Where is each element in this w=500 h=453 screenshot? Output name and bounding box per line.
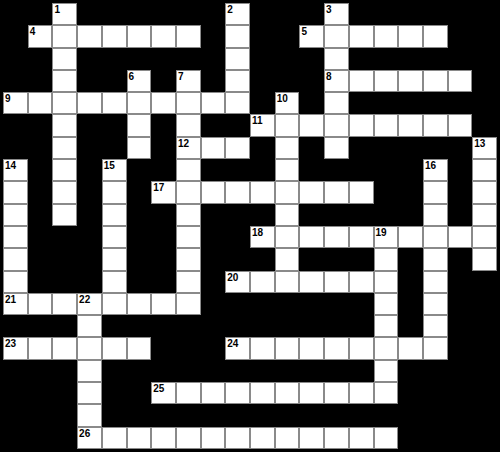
cell-r15-c13-white[interactable]: [324, 337, 349, 359]
cell-r19-c5-white[interactable]: [127, 427, 152, 449]
cell-r9-c0-white[interactable]: [3, 204, 28, 226]
cell-r5-c15-white[interactable]: [374, 114, 399, 136]
crossword-board: 1234567891011121314151617181920212223242…: [0, 0, 500, 452]
cell-r16-c7-black: [176, 360, 201, 382]
cell-r9-c10-black: [250, 204, 275, 226]
cell-r8-c10-white[interactable]: [250, 181, 275, 203]
cell-r12-c4-white[interactable]: [102, 271, 127, 293]
cell-r14-c1-black: [28, 315, 53, 337]
cell-r2-c16-black: [398, 48, 423, 70]
cell-r15-c16-white[interactable]: [398, 337, 423, 359]
cell-r7-c7-white[interactable]: [176, 159, 201, 181]
cell-r5-c13-white[interactable]: [324, 114, 349, 136]
cell-r19-c14-white[interactable]: [349, 427, 374, 449]
cell-r10-c19-white[interactable]: [472, 226, 497, 248]
cell-r4-c4-white[interactable]: [102, 92, 127, 114]
cell-r0-c8-black: [201, 3, 226, 25]
cell-r2-c6-black: [151, 48, 176, 70]
cell-r6-c13-white[interactable]: [324, 137, 349, 159]
cell-r4-c9-white[interactable]: [225, 92, 250, 114]
cell-r10-c15-white[interactable]: 19: [374, 226, 399, 248]
cell-r10-c2-black: [52, 226, 77, 248]
cell-r3-c13-white[interactable]: 8: [324, 70, 349, 92]
cell-r4-c13-white[interactable]: [324, 92, 349, 114]
cell-r2-c13-white[interactable]: [324, 48, 349, 70]
cell-r18-c15-black: [374, 404, 399, 426]
cell-r2-c2-white[interactable]: [52, 48, 77, 70]
cell-r3-c0-black: [3, 70, 28, 92]
cell-r11-c19-white[interactable]: [472, 248, 497, 270]
clue-number-26: 26: [79, 428, 90, 439]
cell-r1-c2-white[interactable]: [52, 25, 77, 47]
cell-r5-c10-white[interactable]: 11: [250, 114, 275, 136]
cell-r3-c3-black: [77, 70, 102, 92]
cell-r5-c7-white[interactable]: [176, 114, 201, 136]
cell-r1-c19-black: [472, 25, 497, 47]
cell-r8-c13-white[interactable]: [324, 181, 349, 203]
cell-r15-c5-white[interactable]: [127, 337, 152, 359]
cell-r13-c3-white[interactable]: 22: [77, 293, 102, 315]
cell-r16-c5-black: [127, 360, 152, 382]
cell-r9-c19-white[interactable]: [472, 204, 497, 226]
clue-number-19: 19: [376, 227, 387, 238]
cell-r18-c4-black: [102, 404, 127, 426]
cell-r1-c16-white[interactable]: [398, 25, 423, 47]
cell-r9-c5-black: [127, 204, 152, 226]
cell-r0-c6-black: [151, 3, 176, 25]
cell-r14-c2-black: [52, 315, 77, 337]
cell-r2-c18-black: [448, 48, 473, 70]
cell-r10-c7-white[interactable]: [176, 226, 201, 248]
cell-r0-c19-black: [472, 3, 497, 25]
cell-r10-c0-white[interactable]: [3, 226, 28, 248]
cell-r11-c5-black: [127, 248, 152, 270]
cell-r3-c12-black: [299, 70, 324, 92]
cell-r17-c15-white[interactable]: [374, 382, 399, 404]
cell-r12-c10-white[interactable]: [250, 271, 275, 293]
cell-r4-c12-black: [299, 92, 324, 114]
cell-r15-c9-white[interactable]: 24: [225, 337, 250, 359]
cell-r7-c19-white[interactable]: [472, 159, 497, 181]
cell-r10-c14-white[interactable]: [349, 226, 374, 248]
cell-r17-c9-white[interactable]: [225, 382, 250, 404]
cell-r9-c11-white[interactable]: [275, 204, 300, 226]
cell-r6-c2-white[interactable]: [52, 137, 77, 159]
cell-r12-c15-white[interactable]: [374, 271, 399, 293]
cell-r0-c9-white[interactable]: 2: [225, 3, 250, 25]
cell-r15-c3-white[interactable]: [77, 337, 102, 359]
cell-r13-c5-white[interactable]: [127, 293, 152, 315]
cell-r19-c6-white[interactable]: [151, 427, 176, 449]
cell-r0-c13-white[interactable]: 3: [324, 3, 349, 25]
cell-r8-c14-white[interactable]: [349, 181, 374, 203]
cell-r10-c10-white[interactable]: 18: [250, 226, 275, 248]
cell-r5-c4-black: [102, 114, 127, 136]
cell-r10-c12-white[interactable]: [299, 226, 324, 248]
cell-r9-c15-black: [374, 204, 399, 226]
cell-r9-c7-white[interactable]: [176, 204, 201, 226]
cell-r18-c11-black: [275, 404, 300, 426]
cell-r11-c4-white[interactable]: [102, 248, 127, 270]
cell-r13-c18-black: [448, 293, 473, 315]
cell-r5-c16-white[interactable]: [398, 114, 423, 136]
cell-r9-c17-white[interactable]: [423, 204, 448, 226]
cell-r7-c4-white[interactable]: 15: [102, 159, 127, 181]
cell-r11-c12-black: [299, 248, 324, 270]
cell-r19-c3-white[interactable]: 26: [77, 427, 102, 449]
cell-r13-c15-white[interactable]: [374, 293, 399, 315]
cell-r9-c9-black: [225, 204, 250, 226]
cell-r5-c18-white[interactable]: [448, 114, 473, 136]
cell-r9-c18-black: [448, 204, 473, 226]
cell-r6-c17-black: [423, 137, 448, 159]
cell-r7-c0-white[interactable]: 14: [3, 159, 28, 181]
cell-r3-c14-white[interactable]: [349, 70, 374, 92]
cell-r13-c4-white[interactable]: [102, 293, 127, 315]
cell-r1-c6-white[interactable]: [151, 25, 176, 47]
cell-r0-c7-black: [176, 3, 201, 25]
cell-r8-c5-black: [127, 181, 152, 203]
cell-r4-c1-white[interactable]: [28, 92, 53, 114]
cell-r17-c12-white[interactable]: [299, 382, 324, 404]
cell-r16-c3-white[interactable]: [77, 360, 102, 382]
cell-r13-c7-white[interactable]: [176, 293, 201, 315]
cell-r15-c2-white[interactable]: [52, 337, 77, 359]
cell-r6-c5-white[interactable]: [127, 137, 152, 159]
cell-r15-c14-white[interactable]: [349, 337, 374, 359]
cell-r5-c19-black: [472, 114, 497, 136]
cell-r10-c13-white[interactable]: [324, 226, 349, 248]
cell-r12-c9-white[interactable]: 20: [225, 271, 250, 293]
cell-r15-c11-white[interactable]: [275, 337, 300, 359]
cell-r1-c14-white[interactable]: [349, 25, 374, 47]
cell-r17-c7-white[interactable]: [176, 382, 201, 404]
cell-r18-c3-white[interactable]: [77, 404, 102, 426]
cell-r7-c12-black: [299, 159, 324, 181]
cell-r14-c3-white[interactable]: [77, 315, 102, 337]
cell-r13-c10-black: [250, 293, 275, 315]
clue-number-8: 8: [326, 71, 332, 82]
cell-r12-c12-white[interactable]: [299, 271, 324, 293]
cell-r3-c9-white[interactable]: [225, 70, 250, 92]
cell-r12-c18-black: [448, 271, 473, 293]
cell-r17-c3-white[interactable]: [77, 382, 102, 404]
cell-r13-c0-white[interactable]: 21: [3, 293, 28, 315]
cell-r1-c18-black: [448, 25, 473, 47]
cell-r8-c2-white[interactable]: [52, 181, 77, 203]
cell-r7-c5-black: [127, 159, 152, 181]
cell-r5-c5-white[interactable]: [127, 114, 152, 136]
cell-r13-c9-black: [225, 293, 250, 315]
cell-r17-c10-white[interactable]: [250, 382, 275, 404]
cell-r11-c0-white[interactable]: [3, 248, 28, 270]
cell-r6-c9-white[interactable]: [225, 137, 250, 159]
cell-r12-c11-white[interactable]: [275, 271, 300, 293]
cell-r13-c8-black: [201, 293, 226, 315]
cell-r13-c6-white[interactable]: [151, 293, 176, 315]
cell-r16-c12-black: [299, 360, 324, 382]
cell-r8-c19-white[interactable]: [472, 181, 497, 203]
cell-r6-c11-white[interactable]: [275, 137, 300, 159]
cell-r1-c5-white[interactable]: [127, 25, 152, 47]
cell-r1-c11-black: [275, 25, 300, 47]
cell-r3-c7-white[interactable]: 7: [176, 70, 201, 92]
cell-r0-c2-white[interactable]: 1: [52, 3, 77, 25]
cell-r3-c4-black: [102, 70, 127, 92]
cell-r0-c14-black: [349, 3, 374, 25]
cell-r17-c1-black: [28, 382, 53, 404]
cell-r0-c0-black: [3, 3, 28, 25]
cell-r8-c4-white[interactable]: [102, 181, 127, 203]
cell-r14-c12-black: [299, 315, 324, 337]
clue-number-9: 9: [5, 93, 11, 104]
cell-r15-c17-white[interactable]: [423, 337, 448, 359]
cell-r13-c2-white[interactable]: [52, 293, 77, 315]
cell-r16-c15-white[interactable]: [374, 360, 399, 382]
cell-r0-c16-black: [398, 3, 423, 25]
cell-r14-c13-black: [324, 315, 349, 337]
cell-r2-c9-white[interactable]: [225, 48, 250, 70]
cell-r13-c1-white[interactable]: [28, 293, 53, 315]
cell-r17-c13-white[interactable]: [324, 382, 349, 404]
clue-number-7: 7: [178, 71, 184, 82]
cell-r12-c0-white[interactable]: [3, 271, 28, 293]
cell-r13-c17-white[interactable]: [423, 293, 448, 315]
cell-r15-c15-white[interactable]: [374, 337, 399, 359]
cell-r14-c7-black: [176, 315, 201, 337]
cell-r19-c15-white[interactable]: [374, 427, 399, 449]
cell-r15-c18-black: [448, 337, 473, 359]
cell-r1-c10-black: [250, 25, 275, 47]
cell-r13-c12-black: [299, 293, 324, 315]
clue-number-21: 21: [5, 294, 16, 305]
cell-r12-c14-white[interactable]: [349, 271, 374, 293]
cell-r7-c17-white[interactable]: 16: [423, 159, 448, 181]
cell-r3-c19-black: [472, 70, 497, 92]
cell-r9-c16-black: [398, 204, 423, 226]
cell-r13-c11-black: [275, 293, 300, 315]
cell-r15-c1-white[interactable]: [28, 337, 53, 359]
cell-r4-c7-white[interactable]: [176, 92, 201, 114]
cell-r11-c16-black: [398, 248, 423, 270]
crossword-page: 1234567891011121314151617181920212223242…: [0, 0, 500, 453]
cell-r11-c17-white[interactable]: [423, 248, 448, 270]
cell-r10-c17-white[interactable]: [423, 226, 448, 248]
cell-r17-c6-white[interactable]: 25: [151, 382, 176, 404]
cell-r16-c9-black: [225, 360, 250, 382]
cell-r15-c10-white[interactable]: [250, 337, 275, 359]
cell-r18-c12-black: [299, 404, 324, 426]
cell-r8-c9-white[interactable]: [225, 181, 250, 203]
cell-r4-c3-white[interactable]: [77, 92, 102, 114]
cell-r9-c12-black: [299, 204, 324, 226]
cell-r17-c4-black: [102, 382, 127, 404]
cell-r3-c17-white[interactable]: [423, 70, 448, 92]
cell-r11-c11-white[interactable]: [275, 248, 300, 270]
cell-r5-c8-black: [201, 114, 226, 136]
clue-number-23: 23: [5, 338, 16, 349]
cell-r7-c13-black: [324, 159, 349, 181]
cell-r12-c17-white[interactable]: [423, 271, 448, 293]
cell-r16-c6-black: [151, 360, 176, 382]
cell-r12-c5-black: [127, 271, 152, 293]
cell-r16-c2-black: [52, 360, 77, 382]
cell-r3-c11-black: [275, 70, 300, 92]
cell-r8-c8-white[interactable]: [201, 181, 226, 203]
cell-r11-c15-white[interactable]: [374, 248, 399, 270]
cell-r19-c11-white[interactable]: [275, 427, 300, 449]
cell-r15-c4-white[interactable]: [102, 337, 127, 359]
cell-r3-c10-black: [250, 70, 275, 92]
cell-r19-c10-white[interactable]: [250, 427, 275, 449]
cell-r19-c13-white[interactable]: [324, 427, 349, 449]
clue-number-16: 16: [425, 160, 436, 171]
cell-r3-c18-white[interactable]: [448, 70, 473, 92]
cell-r5-c14-white[interactable]: [349, 114, 374, 136]
cell-r17-c11-white[interactable]: [275, 382, 300, 404]
cell-r8-c1-black: [28, 181, 53, 203]
cell-r3-c5-white[interactable]: 6: [127, 70, 152, 92]
cell-r17-c8-white[interactable]: [201, 382, 226, 404]
cell-r10-c4-white[interactable]: [102, 226, 127, 248]
cell-r14-c10-black: [250, 315, 275, 337]
cell-r14-c0-black: [3, 315, 28, 337]
cell-r14-c4-black: [102, 315, 127, 337]
cell-r6-c16-black: [398, 137, 423, 159]
cell-r12-c13-white[interactable]: [324, 271, 349, 293]
cell-r6-c19-white[interactable]: 13: [472, 137, 497, 159]
cell-r11-c13-black: [324, 248, 349, 270]
cell-r16-c14-black: [349, 360, 374, 382]
cell-r2-c17-black: [423, 48, 448, 70]
cell-r10-c11-white[interactable]: [275, 226, 300, 248]
cell-r6-c14-black: [349, 137, 374, 159]
cell-r7-c6-black: [151, 159, 176, 181]
cell-r9-c4-white[interactable]: [102, 204, 127, 226]
cell-r8-c17-white[interactable]: [423, 181, 448, 203]
cell-r9-c6-black: [151, 204, 176, 226]
cell-r3-c1-black: [28, 70, 53, 92]
cell-r4-c11-white[interactable]: 10: [275, 92, 300, 114]
cell-r10-c16-white[interactable]: [398, 226, 423, 248]
cell-r10-c9-black: [225, 226, 250, 248]
cell-r6-c3-black: [77, 137, 102, 159]
cell-r19-c9-white[interactable]: [225, 427, 250, 449]
cell-r11-c8-black: [201, 248, 226, 270]
cell-r7-c1-black: [28, 159, 53, 181]
cell-r14-c19-black: [472, 315, 497, 337]
cell-r15-c12-white[interactable]: [299, 337, 324, 359]
cell-r4-c8-white[interactable]: [201, 92, 226, 114]
cell-r8-c12-white[interactable]: [299, 181, 324, 203]
cell-r2-c19-black: [472, 48, 497, 70]
cell-r1-c9-white[interactable]: [225, 25, 250, 47]
cell-r6-c8-white[interactable]: [201, 137, 226, 159]
cell-r18-c7-black: [176, 404, 201, 426]
cell-r8-c6-white[interactable]: 17: [151, 181, 176, 203]
cell-r11-c7-white[interactable]: [176, 248, 201, 270]
cell-r19-c0-black: [3, 427, 28, 449]
cell-r3-c2-white[interactable]: [52, 70, 77, 92]
cell-r14-c5-black: [127, 315, 152, 337]
cell-r4-c18-black: [448, 92, 473, 114]
cell-r3-c8-black: [201, 70, 226, 92]
cell-r7-c18-black: [448, 159, 473, 181]
cell-r0-c1-black: [28, 3, 53, 25]
cell-r5-c12-white[interactable]: [299, 114, 324, 136]
cell-r2-c1-black: [28, 48, 53, 70]
cell-r0-c5-black: [127, 3, 152, 25]
cell-r1-c13-white[interactable]: [324, 25, 349, 47]
cell-r6-c12-black: [299, 137, 324, 159]
clue-number-22: 22: [79, 294, 90, 305]
cell-r4-c5-white[interactable]: [127, 92, 152, 114]
cell-r16-c16-black: [398, 360, 423, 382]
cell-r17-c14-white[interactable]: [349, 382, 374, 404]
cell-r6-c7-white[interactable]: 12: [176, 137, 201, 159]
cell-r19-c4-white[interactable]: [102, 427, 127, 449]
cell-r19-c12-white[interactable]: [299, 427, 324, 449]
cell-r5-c11-white[interactable]: [275, 114, 300, 136]
cell-r1-c4-white[interactable]: [102, 25, 127, 47]
cell-r7-c11-white[interactable]: [275, 159, 300, 181]
cell-r5-c2-white[interactable]: [52, 114, 77, 136]
cell-r10-c18-white[interactable]: [448, 226, 473, 248]
cell-r5-c17-white[interactable]: [423, 114, 448, 136]
cell-r4-c2-white[interactable]: [52, 92, 77, 114]
cell-r14-c17-white[interactable]: [423, 315, 448, 337]
cell-r1-c12-white[interactable]: 5: [299, 25, 324, 47]
cell-r1-c1-white[interactable]: 4: [28, 25, 53, 47]
cell-r13-c14-black: [349, 293, 374, 315]
cell-r11-c3-black: [77, 248, 102, 270]
cell-r19-c8-white[interactable]: [201, 427, 226, 449]
clue-number-4: 4: [30, 26, 36, 37]
cell-r8-c0-white[interactable]: [3, 181, 28, 203]
cell-r16-c8-black: [201, 360, 226, 382]
cell-r8-c7-white[interactable]: [176, 181, 201, 203]
cell-r7-c2-white[interactable]: [52, 159, 77, 181]
cell-r4-c14-black: [349, 92, 374, 114]
cell-r15-c0-white[interactable]: 23: [3, 337, 28, 359]
cell-r18-c5-black: [127, 404, 152, 426]
cell-r9-c14-black: [349, 204, 374, 226]
cell-r6-c0-black: [3, 137, 28, 159]
cell-r4-c6-white[interactable]: [151, 92, 176, 114]
cell-r4-c0-white[interactable]: 9: [3, 92, 28, 114]
cell-r1-c15-white[interactable]: [374, 25, 399, 47]
cell-r9-c3-black: [77, 204, 102, 226]
cell-r1-c3-white[interactable]: [77, 25, 102, 47]
cell-r7-c9-black: [225, 159, 250, 181]
cell-r3-c15-white[interactable]: [374, 70, 399, 92]
cell-r14-c15-white[interactable]: [374, 315, 399, 337]
cell-r9-c2-white[interactable]: [52, 204, 77, 226]
cell-r16-c10-black: [250, 360, 275, 382]
cell-r1-c17-white[interactable]: [423, 25, 448, 47]
clue-number-17: 17: [153, 182, 164, 193]
cell-r8-c11-white[interactable]: [275, 181, 300, 203]
cell-r3-c16-white[interactable]: [398, 70, 423, 92]
cell-r7-c10-black: [250, 159, 275, 181]
cell-r9-c13-black: [324, 204, 349, 226]
cell-r19-c7-white[interactable]: [176, 427, 201, 449]
cell-r1-c7-white[interactable]: [176, 25, 201, 47]
cell-r16-c1-black: [28, 360, 53, 382]
cell-r8-c15-black: [374, 181, 399, 203]
cell-r13-c16-black: [398, 293, 423, 315]
cell-r12-c7-white[interactable]: [176, 271, 201, 293]
